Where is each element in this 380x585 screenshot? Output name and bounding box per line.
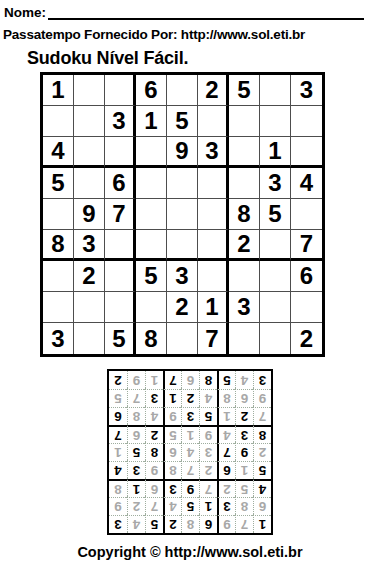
puzzle-cell: 5 xyxy=(167,106,198,137)
puzzle-cell: 1 xyxy=(260,137,291,168)
puzzle-cell xyxy=(260,230,291,261)
solution-cell: 9 xyxy=(163,407,181,425)
puzzle-cell xyxy=(291,199,322,230)
puzzle-cell: 3 xyxy=(43,323,74,354)
solution-cell: 1 xyxy=(235,461,253,479)
puzzle-cell: 7 xyxy=(291,230,322,261)
sudoku-printable-page: Nome: Passatempo Fornecido Por: http://w… xyxy=(0,0,380,585)
solution-cell: 2 xyxy=(253,443,271,461)
puzzle-cell xyxy=(291,137,322,168)
solution-cell: 6 xyxy=(235,389,253,407)
puzzle-cell xyxy=(136,292,167,323)
puzzle-grid: 162533154931563497858327253621335872 xyxy=(40,72,325,357)
puzzle-cell: 5 xyxy=(105,323,136,354)
puzzle-cell xyxy=(167,168,198,199)
puzzle-cell xyxy=(260,261,291,292)
puzzle-cell: 3 xyxy=(105,106,136,137)
solution-cell: 6 xyxy=(253,497,271,515)
puzzle-cell xyxy=(167,323,198,354)
puzzle-cell xyxy=(43,292,74,323)
solution-cell: 3 xyxy=(109,515,127,533)
puzzle-cell xyxy=(43,261,74,292)
solution-cell: 6 xyxy=(217,461,235,479)
puzzle-cell xyxy=(198,199,229,230)
puzzle-cell xyxy=(105,137,136,168)
puzzle-cell xyxy=(167,230,198,261)
puzzle-cell: 8 xyxy=(229,199,260,230)
puzzle-cell: 2 xyxy=(198,75,229,106)
solution-cell: 8 xyxy=(253,425,271,443)
solution-cell: 8 xyxy=(127,407,145,425)
puzzle-cell: 6 xyxy=(105,168,136,199)
puzzle-cell xyxy=(198,106,229,137)
solution-cell: 5 xyxy=(127,443,145,461)
puzzle-cell: 7 xyxy=(198,323,229,354)
solution-cell: 9 xyxy=(253,389,271,407)
puzzle-cell xyxy=(291,292,322,323)
puzzle-cell: 7 xyxy=(105,199,136,230)
puzzle-cell: 9 xyxy=(74,199,105,230)
puzzle-cell xyxy=(260,292,291,323)
solution-cell: 5 xyxy=(253,461,271,479)
puzzle-cell: 1 xyxy=(136,106,167,137)
solution-cell: 3 xyxy=(127,461,145,479)
puzzle-cell: 3 xyxy=(198,137,229,168)
solution-cell: 7 xyxy=(217,443,235,461)
puzzle-cell xyxy=(229,137,260,168)
solution-cell: 1 xyxy=(181,425,199,443)
solution-cell: 4 xyxy=(253,479,271,497)
solution-grid-rotated-180: 1796825436831547294527936185162789342973… xyxy=(107,369,273,535)
solution-cell: 4 xyxy=(217,425,235,443)
solution-cell: 2 xyxy=(109,371,127,389)
solution-cell: 3 xyxy=(199,443,217,461)
solution-cell: 8 xyxy=(163,461,181,479)
solution-cell: 3 xyxy=(253,371,271,389)
puzzle-cell xyxy=(74,323,105,354)
solution-cell: 9 xyxy=(217,515,235,533)
puzzle-cell: 1 xyxy=(43,75,74,106)
puzzle-cell xyxy=(74,292,105,323)
puzzle-cell: 2 xyxy=(167,292,198,323)
solution-cell: 1 xyxy=(199,497,217,515)
solution-cell: 2 xyxy=(163,515,181,533)
puzzle-cell: 8 xyxy=(136,323,167,354)
solution-cell: 1 xyxy=(127,479,145,497)
puzzle-cell: 3 xyxy=(229,292,260,323)
puzzle-cell: 1 xyxy=(198,292,229,323)
puzzle-cell: 6 xyxy=(136,75,167,106)
solution-cell: 6 xyxy=(145,479,163,497)
solution-cell: 6 xyxy=(199,515,217,533)
solution-cell: 9 xyxy=(145,461,163,479)
solution-cell: 7 xyxy=(199,479,217,497)
solution-cell: 8 xyxy=(235,497,253,515)
puzzle-cell xyxy=(260,75,291,106)
solution-cell: 7 xyxy=(253,407,271,425)
solution-cell: 2 xyxy=(235,407,253,425)
puzzle-cell: 5 xyxy=(136,261,167,292)
solution-cell: 7 xyxy=(127,389,145,407)
solution-cell: 9 xyxy=(127,371,145,389)
puzzle-cell xyxy=(105,261,136,292)
solution-cell: 4 xyxy=(199,389,217,407)
solution-cell: 1 xyxy=(253,515,271,533)
puzzle-cell xyxy=(167,75,198,106)
solution-cell: 5 xyxy=(181,497,199,515)
puzzle-grid-wrapper: 162533154931563497858327253621335872 xyxy=(40,72,325,357)
solution-cell: 8 xyxy=(181,515,199,533)
puzzle-cell: 5 xyxy=(43,168,74,199)
solution-cell: 6 xyxy=(109,407,127,425)
puzzle-cell xyxy=(229,261,260,292)
solution-cell: 2 xyxy=(181,389,199,407)
solution-cell: 2 xyxy=(217,479,235,497)
solution-cell: 7 xyxy=(235,515,253,533)
puzzle-cell xyxy=(198,261,229,292)
puzzle-cell xyxy=(198,168,229,199)
puzzle-cell xyxy=(229,168,260,199)
solution-grid-wrapper: 1796825436831547294527936185162789342973… xyxy=(107,369,273,535)
solution-cell: 9 xyxy=(109,497,127,515)
puzzle-cell: 2 xyxy=(291,323,322,354)
solution-cell: 1 xyxy=(163,389,181,407)
puzzle-cell xyxy=(74,75,105,106)
solution-cell: 5 xyxy=(199,407,217,425)
puzzle-cell: 5 xyxy=(229,75,260,106)
puzzle-cell: 4 xyxy=(291,168,322,199)
puzzle-cell xyxy=(74,168,105,199)
puzzle-cell: 3 xyxy=(291,75,322,106)
puzzle-cell xyxy=(198,230,229,261)
solution-cell: 2 xyxy=(127,497,145,515)
puzzle-cell xyxy=(136,168,167,199)
puzzle-cell: 2 xyxy=(229,230,260,261)
solution-cell: 8 xyxy=(199,371,217,389)
puzzle-cell: 9 xyxy=(167,137,198,168)
solution-cell: 7 xyxy=(181,461,199,479)
puzzle-cell xyxy=(229,106,260,137)
solution-cell: 8 xyxy=(109,479,127,497)
solution-cell: 1 xyxy=(145,371,163,389)
solution-cell: 6 xyxy=(163,443,181,461)
solution-cell: 3 xyxy=(235,425,253,443)
puzzle-cell: 8 xyxy=(43,230,74,261)
solution-cell: 8 xyxy=(217,389,235,407)
puzzle-cell xyxy=(291,106,322,137)
puzzle-cell: 3 xyxy=(74,230,105,261)
puzzle-cell xyxy=(74,106,105,137)
puzzle-cell xyxy=(74,137,105,168)
name-underline xyxy=(48,5,364,20)
solution-cell: 4 xyxy=(181,443,199,461)
solution-cell: 3 xyxy=(217,497,235,515)
solution-cell: 7 xyxy=(109,425,127,443)
solution-cell: 8 xyxy=(145,443,163,461)
solution-cell: 9 xyxy=(199,425,217,443)
solution-cell: 3 xyxy=(181,407,199,425)
puzzle-cell xyxy=(105,230,136,261)
solution-cell: 5 xyxy=(217,371,235,389)
name-row: Nome: xyxy=(4,5,364,20)
puzzle-cell: 2 xyxy=(74,261,105,292)
puzzle-cell xyxy=(43,199,74,230)
puzzle-cell xyxy=(136,230,167,261)
solution-cell: 2 xyxy=(199,461,217,479)
solution-cell: 4 xyxy=(163,497,181,515)
solution-cell: 5 xyxy=(109,389,127,407)
solution-cell: 1 xyxy=(217,407,235,425)
puzzle-cell: 3 xyxy=(167,261,198,292)
solution-cell: 6 xyxy=(127,425,145,443)
solution-cell: 5 xyxy=(163,425,181,443)
solution-cell: 9 xyxy=(181,479,199,497)
copyright-text: Copyright © http://www.sol.eti.br xyxy=(0,544,380,560)
puzzle-cell xyxy=(105,75,136,106)
puzzle-cell xyxy=(105,292,136,323)
puzzle-cell xyxy=(167,199,198,230)
solution-cell: 5 xyxy=(145,515,163,533)
solution-cell: 4 xyxy=(109,461,127,479)
solution-cell: 1 xyxy=(109,443,127,461)
solution-cell: 3 xyxy=(163,479,181,497)
puzzle-cell xyxy=(136,137,167,168)
solution-cell: 3 xyxy=(145,389,163,407)
puzzle-cell: 4 xyxy=(43,137,74,168)
puzzle-cell xyxy=(229,323,260,354)
solution-cell: 9 xyxy=(235,443,253,461)
solution-cell: 4 xyxy=(127,515,145,533)
provider-text: Passatempo Fornecido Por: http://www.sol… xyxy=(3,27,380,42)
solution-cell: 4 xyxy=(145,407,163,425)
solution-cell: 5 xyxy=(235,479,253,497)
puzzle-cell xyxy=(260,106,291,137)
puzzle-cell xyxy=(43,106,74,137)
name-label: Nome: xyxy=(4,5,46,20)
solution-cell: 7 xyxy=(145,497,163,515)
puzzle-cell: 6 xyxy=(291,261,322,292)
solution-cell: 7 xyxy=(163,371,181,389)
puzzle-cell xyxy=(260,323,291,354)
solution-cell: 2 xyxy=(145,425,163,443)
page-title: Sudoku Nível Fácil. xyxy=(27,48,380,69)
solution-cell: 4 xyxy=(235,371,253,389)
puzzle-cell xyxy=(136,199,167,230)
puzzle-cell: 3 xyxy=(260,168,291,199)
solution-cell: 6 xyxy=(181,371,199,389)
puzzle-cell: 5 xyxy=(260,199,291,230)
